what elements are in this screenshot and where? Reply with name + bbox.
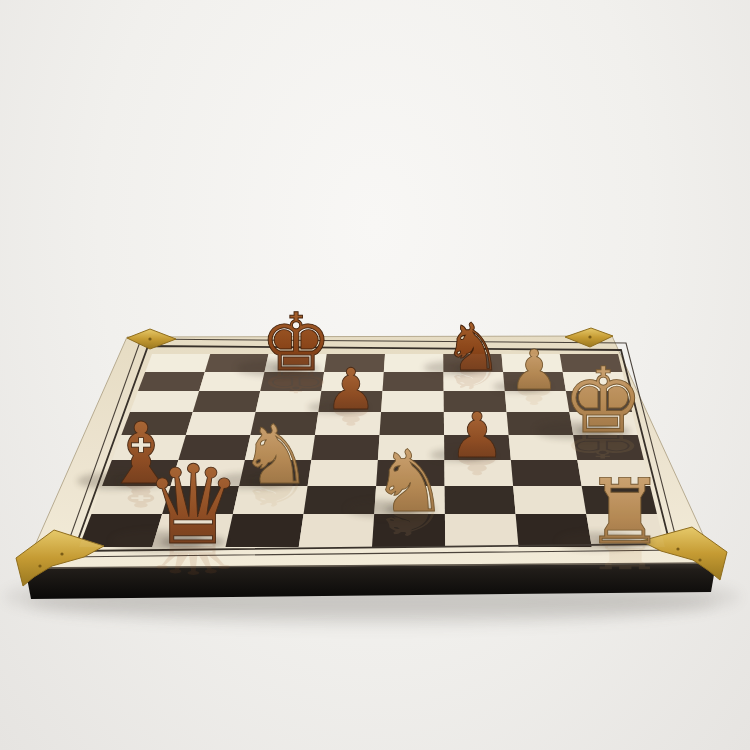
gloss-sheen: [79, 354, 665, 547]
chess-board-photo: ♚♚♞♞♟♟♟♟♚♚♟♟♞♞♝♝♞♞♜♜♛♛: [0, 0, 750, 750]
photo-background: ♚♚♞♞♟♟♟♟♚♚♟♟♞♞♝♝♞♞♜♜♛♛: [0, 0, 750, 750]
